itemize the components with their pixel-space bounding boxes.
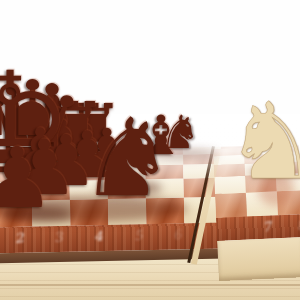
rail-coordinate-label: 8	[295, 217, 300, 233]
rail-coordinate-label: 6	[172, 227, 183, 243]
black-pawn[interactable]: ♟	[0, 136, 59, 220]
rail-coordinate-label: 2	[14, 230, 25, 246]
rail-coordinate-label: 7	[261, 219, 272, 235]
rail-coordinate-label: 3	[53, 229, 64, 245]
chess-set-photo-scene: 123456 78 ♚♛♝♜♜♝♞♟♟♟♟♟♟♟♟♞♞	[0, 0, 300, 300]
black-knight-advanced[interactable]: ♞	[73, 104, 181, 212]
board-right-side	[217, 237, 300, 281]
rail-coordinate-label: 5	[133, 228, 144, 244]
rail-coordinate-label: 4	[93, 228, 104, 244]
base-edge-line	[0, 284, 300, 286]
white-knight[interactable]: ♞	[219, 89, 300, 195]
